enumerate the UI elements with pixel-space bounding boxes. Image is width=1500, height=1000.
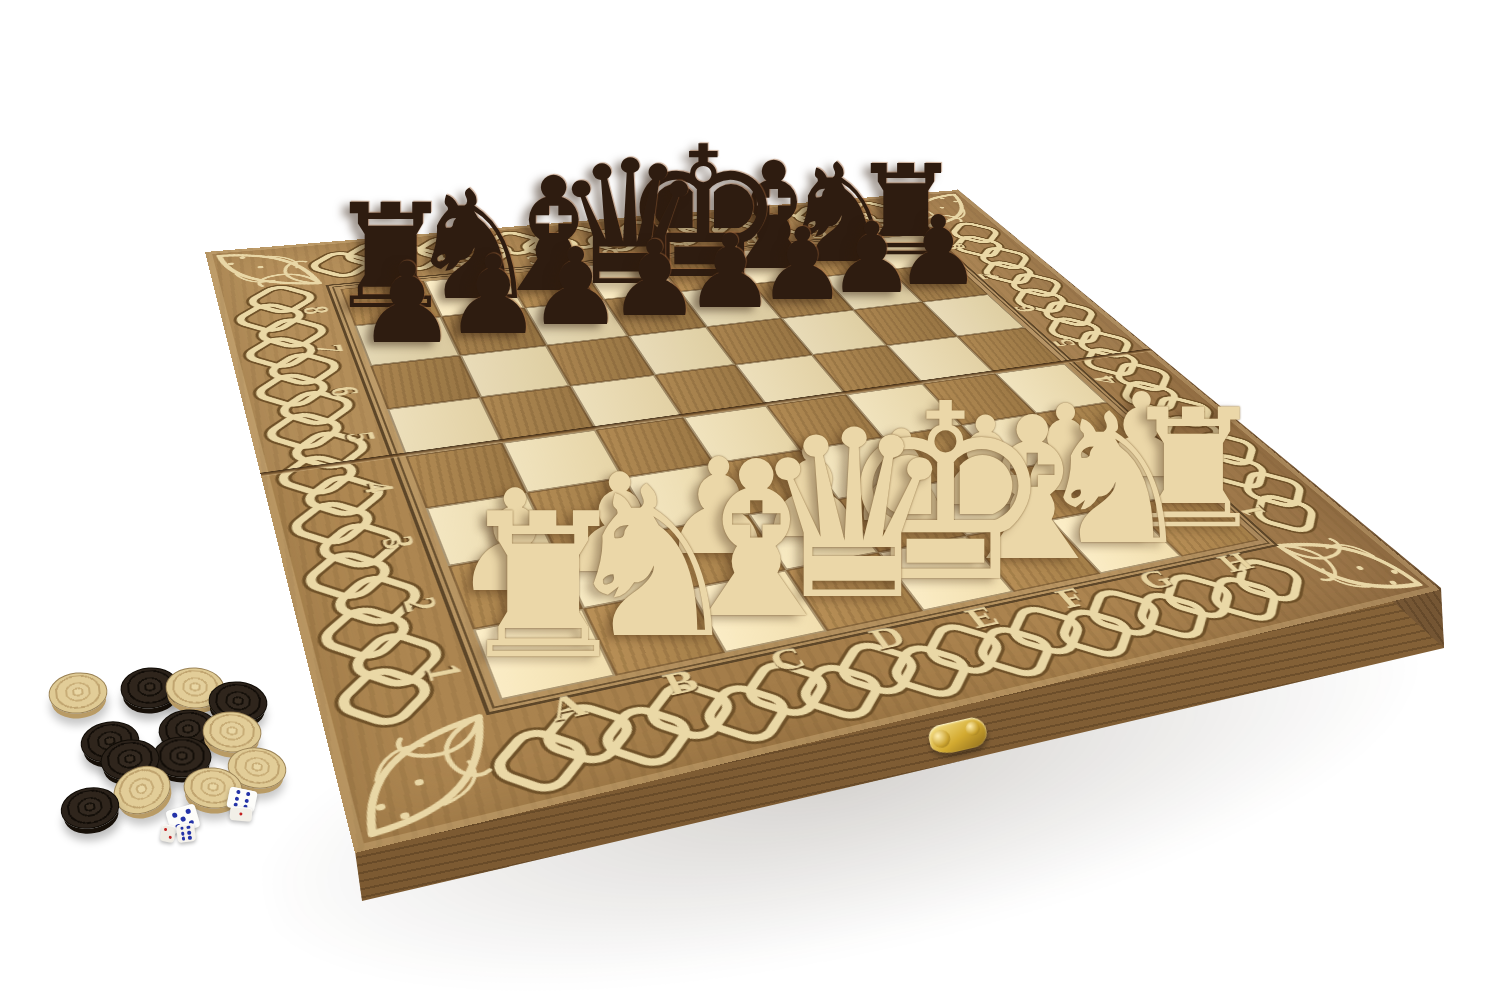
die-pip (164, 828, 168, 832)
die-pip (168, 835, 172, 839)
die-1-face-left (160, 824, 177, 843)
checker-light-1[interactable] (47, 670, 110, 717)
die-pip (180, 816, 186, 822)
die-pip (188, 836, 192, 840)
white-rook-a1[interactable]: ♜ (454, 489, 633, 689)
die-pip (187, 831, 191, 835)
black-pawn-b7[interactable]: ♟ (444, 241, 542, 350)
die-pip (172, 813, 178, 819)
die-2-face-front (229, 806, 252, 822)
die-pip (180, 826, 184, 830)
die-pip (239, 812, 242, 815)
die-pip (181, 831, 185, 835)
die-pip (246, 792, 251, 797)
die-pip (244, 798, 249, 803)
black-pawn-a7[interactable]: ♟ (357, 249, 457, 361)
die-pip (235, 796, 240, 801)
die-pip (236, 790, 241, 795)
product-photo-stage: ABCDEFGH HGFEDCBA 87654321 87654321 ♜♞♝♛… (0, 0, 1500, 1000)
die-pip (182, 837, 186, 841)
die-pip (186, 825, 190, 829)
die-1-face-right (176, 823, 196, 843)
die-pip (185, 809, 191, 815)
